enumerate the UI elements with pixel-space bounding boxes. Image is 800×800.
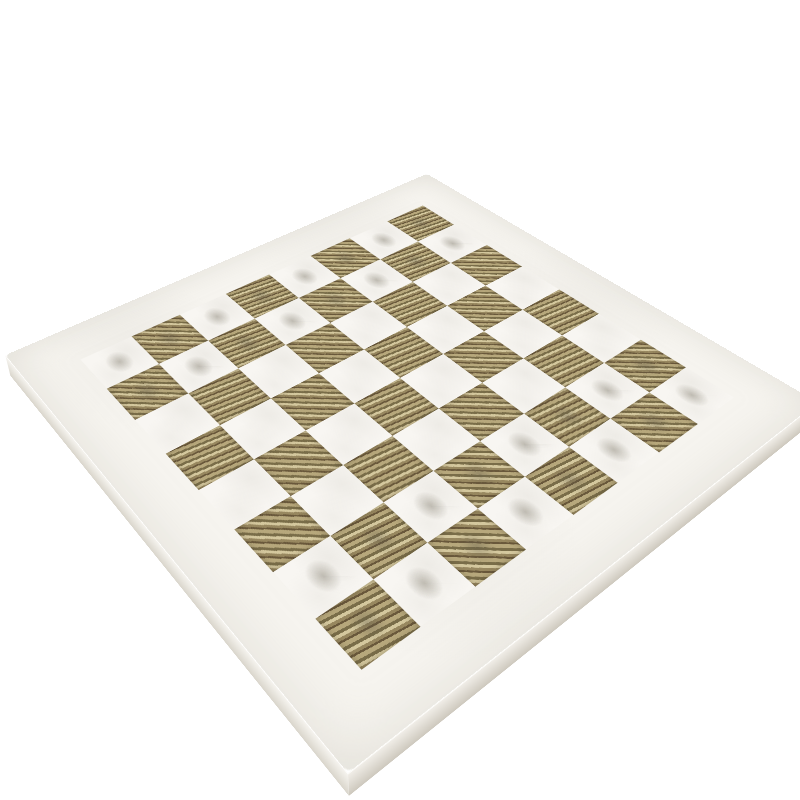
product-photo-chess-set: ♜♟♟♜♞♟♟♞♝♟♟♝♚♟♟♚♛♟♟♛♝♟♟♝♞♟♟♞♜♟♟♜ <box>0 0 800 800</box>
chess-board: ♜♟♟♜♞♟♟♞♝♟♟♝♚♟♟♚♛♟♟♛♝♟♟♝♞♟♟♞♜♟♟♜ <box>5 174 800 773</box>
piece-glyph: ♜ <box>315 512 421 631</box>
square-e6[interactable] <box>330 302 406 350</box>
board-marble-frame: ♜♟♟♜♞♟♟♞♝♟♟♝♚♟♟♚♛♟♟♛♝♟♟♝♞♟♟♞♜♟♟♜ <box>5 174 800 773</box>
piece-glyph: ♟ <box>113 320 182 397</box>
scene: ♜♟♟♜♞♟♟♞♝♟♟♝♚♟♟♚♛♟♟♛♝♟♟♝♞♟♟♞♜♟♟♜ <box>0 0 800 800</box>
square-a1[interactable]: ♜ <box>315 579 420 669</box>
